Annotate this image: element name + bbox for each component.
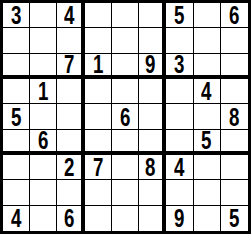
given-digit: 5 <box>11 104 21 129</box>
given-digit: 5 <box>201 130 211 154</box>
cell-r2c9[interactable] <box>221 28 248 53</box>
cell-r7c3[interactable]: 2 <box>57 155 84 180</box>
cell-r5c1[interactable]: 5 <box>3 104 30 129</box>
cell-r3c5[interactable] <box>112 54 139 79</box>
cell-r1c2[interactable] <box>30 3 57 28</box>
given-digit: 3 <box>174 54 184 78</box>
cell-r7c6[interactable]: 8 <box>139 155 166 180</box>
cell-r4c3[interactable] <box>57 79 84 104</box>
cell-r1c5[interactable] <box>112 3 139 28</box>
given-digit: 1 <box>93 54 103 78</box>
given-digit: 4 <box>11 206 21 231</box>
cell-r6c3[interactable] <box>57 130 84 155</box>
given-digit: 7 <box>93 155 103 180</box>
cell-r9c4[interactable] <box>85 206 112 231</box>
given-digit: 7 <box>64 54 74 78</box>
cell-r7c8[interactable] <box>194 155 221 180</box>
cell-r4c1[interactable] <box>3 79 30 104</box>
cell-r9c1[interactable]: 4 <box>3 206 30 231</box>
cell-r8c1[interactable] <box>3 180 30 205</box>
cell-r7c7[interactable]: 4 <box>166 155 193 180</box>
sudoku-board: 34567193145686527844695 <box>0 0 251 234</box>
cell-r1c6[interactable] <box>139 3 166 28</box>
given-digit: 2 <box>64 155 74 180</box>
cell-r8c3[interactable] <box>57 180 84 205</box>
given-digit: 1 <box>38 79 48 104</box>
cell-r4c2[interactable]: 1 <box>30 79 57 104</box>
cell-r3c2[interactable] <box>30 54 57 79</box>
cell-r9c3[interactable]: 6 <box>57 206 84 231</box>
cell-r6c4[interactable] <box>85 130 112 155</box>
cell-r4c8[interactable]: 4 <box>194 79 221 104</box>
given-digit: 5 <box>229 206 239 231</box>
given-digit: 4 <box>201 79 211 104</box>
cell-r7c2[interactable] <box>30 155 57 180</box>
cell-r7c1[interactable] <box>3 155 30 180</box>
cell-r2c1[interactable] <box>3 28 30 53</box>
cell-r2c3[interactable] <box>57 28 84 53</box>
cell-r3c6[interactable]: 9 <box>139 54 166 79</box>
cell-r7c9[interactable] <box>221 155 248 180</box>
cell-r5c4[interactable] <box>85 104 112 129</box>
cell-r5c6[interactable] <box>139 104 166 129</box>
cell-r8c8[interactable] <box>194 180 221 205</box>
cell-r1c9[interactable]: 6 <box>221 3 248 28</box>
cell-r6c9[interactable] <box>221 130 248 155</box>
cell-r4c5[interactable] <box>112 79 139 104</box>
cell-r3c4[interactable]: 1 <box>85 54 112 79</box>
cell-r4c4[interactable] <box>85 79 112 104</box>
cell-r9c5[interactable] <box>112 206 139 231</box>
cell-r4c7[interactable] <box>166 79 193 104</box>
cell-r2c6[interactable] <box>139 28 166 53</box>
cell-r9c2[interactable] <box>30 206 57 231</box>
given-digit: 6 <box>64 206 74 231</box>
given-digit: 6 <box>229 3 239 28</box>
cell-r6c2[interactable]: 6 <box>30 130 57 155</box>
cell-r3c9[interactable] <box>221 54 248 79</box>
cell-r8c6[interactable] <box>139 180 166 205</box>
given-digit: 4 <box>64 3 74 28</box>
cell-r5c8[interactable] <box>194 104 221 129</box>
given-digit: 8 <box>146 155 156 180</box>
cell-r1c4[interactable] <box>85 3 112 28</box>
cell-r7c5[interactable] <box>112 155 139 180</box>
given-digit: 6 <box>120 104 130 129</box>
cell-r2c5[interactable] <box>112 28 139 53</box>
cell-r4c6[interactable] <box>139 79 166 104</box>
cell-r5c7[interactable] <box>166 104 193 129</box>
cell-r7c4[interactable]: 7 <box>85 155 112 180</box>
cell-r2c8[interactable] <box>194 28 221 53</box>
cell-r6c1[interactable] <box>3 130 30 155</box>
cell-r8c4[interactable] <box>85 180 112 205</box>
cell-r9c9[interactable]: 5 <box>221 206 248 231</box>
cell-r9c6[interactable] <box>139 206 166 231</box>
cell-r8c2[interactable] <box>30 180 57 205</box>
cell-r5c2[interactable] <box>30 104 57 129</box>
cell-r1c1[interactable]: 3 <box>3 3 30 28</box>
cell-r1c8[interactable] <box>194 3 221 28</box>
cell-r2c2[interactable] <box>30 28 57 53</box>
cell-r3c3[interactable]: 7 <box>57 54 84 79</box>
given-digit: 8 <box>229 104 239 129</box>
cell-r1c3[interactable]: 4 <box>57 3 84 28</box>
cell-r9c8[interactable] <box>194 206 221 231</box>
cell-r5c9[interactable]: 8 <box>221 104 248 129</box>
cell-r3c7[interactable]: 3 <box>166 54 193 79</box>
cell-r3c1[interactable] <box>3 54 30 79</box>
cell-r4c9[interactable] <box>221 79 248 104</box>
cell-r3c8[interactable] <box>194 54 221 79</box>
cell-r2c7[interactable] <box>166 28 193 53</box>
cell-r5c3[interactable] <box>57 104 84 129</box>
given-digit: 5 <box>174 3 184 28</box>
cell-r2c4[interactable] <box>85 28 112 53</box>
cell-r6c5[interactable] <box>112 130 139 155</box>
cell-r9c7[interactable]: 9 <box>166 206 193 231</box>
given-digit: 3 <box>11 3 21 28</box>
cell-r1c7[interactable]: 5 <box>166 3 193 28</box>
cell-r8c7[interactable] <box>166 180 193 205</box>
cell-r6c8[interactable]: 5 <box>194 130 221 155</box>
given-digit: 9 <box>146 54 156 78</box>
cell-r8c5[interactable] <box>112 180 139 205</box>
cell-r6c6[interactable] <box>139 130 166 155</box>
cell-r8c9[interactable] <box>221 180 248 205</box>
given-digit: 4 <box>174 155 184 180</box>
given-digit: 6 <box>38 130 48 154</box>
cell-r5c5[interactable]: 6 <box>112 104 139 129</box>
given-digit: 9 <box>174 206 184 231</box>
cell-r6c7[interactable] <box>166 130 193 155</box>
